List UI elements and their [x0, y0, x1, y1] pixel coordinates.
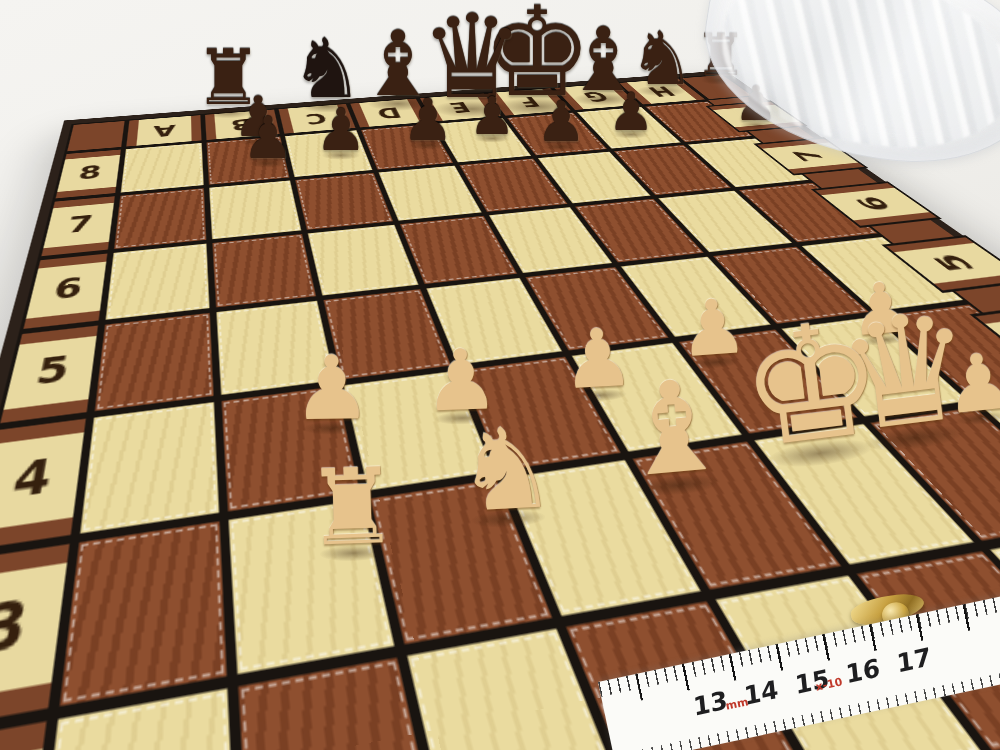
white-king[interactable]: ♚	[732, 297, 892, 471]
black-pawn[interactable]: ♟	[242, 109, 294, 167]
white-pawn[interactable]: ♟	[292, 344, 372, 433]
white-bishop[interactable]: ♝	[611, 361, 735, 496]
ruler-number-16: 16	[844, 653, 881, 689]
black-pawn[interactable]: ♟	[608, 86, 655, 138]
white-knight[interactable]: ♞	[453, 411, 559, 528]
ruler-number-13: 13	[692, 685, 729, 721]
white-rook[interactable]: ♜	[304, 454, 401, 561]
black-pawn[interactable]: ♟	[536, 94, 586, 150]
black-pawn[interactable]: ♟	[402, 91, 454, 149]
photo-scene: ABCDEFGH8877665544332211ABCDEFGH ♜♞♝♝♞♚♛…	[0, 0, 1000, 750]
ruler-number-17: 17	[895, 642, 932, 678]
black-pawn[interactable]: ♟	[315, 101, 367, 159]
black-pawn[interactable]: ♟	[469, 90, 516, 142]
